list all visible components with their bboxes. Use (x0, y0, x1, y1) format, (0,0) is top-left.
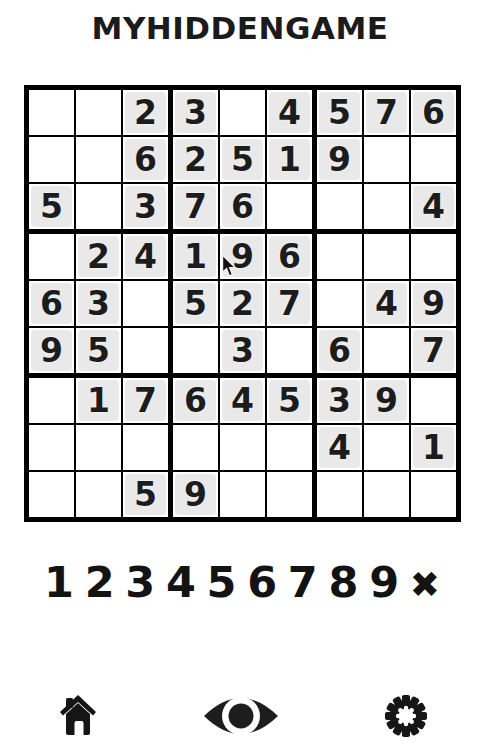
cell-r1c7[interactable]: 5 (317, 90, 364, 135)
num-button-8[interactable]: 8 (328, 561, 358, 604)
cell-r9c7[interactable] (317, 472, 364, 517)
given-digit: 6 (269, 236, 310, 277)
given-digit: 1 (413, 427, 454, 468)
given-digit: 9 (175, 474, 216, 515)
given-digit: 3 (175, 92, 216, 133)
cell-r3c7[interactable] (317, 184, 364, 229)
given-digit: 6 (31, 283, 72, 324)
cell-r3c8[interactable] (364, 184, 411, 229)
cell-r3c1[interactable]: 5 (29, 184, 76, 229)
cell-r6c8[interactable] (364, 328, 411, 373)
cell-r3c6[interactable] (267, 184, 317, 229)
given-digit: 7 (125, 380, 166, 421)
cell-r1c1[interactable] (29, 90, 76, 135)
given-digit: 5 (175, 283, 216, 324)
cell-r9c3[interactable]: 5 (123, 472, 173, 517)
cell-r6c6[interactable] (267, 328, 317, 373)
given-digit: 4 (269, 92, 310, 133)
given-digit: 6 (175, 380, 216, 421)
given-digit: 7 (413, 330, 454, 371)
cell-r1c6[interactable]: 4 (267, 90, 317, 135)
num-button-1[interactable]: 1 (44, 561, 74, 604)
given-digit: 9 (31, 330, 72, 371)
given-digit: 6 (319, 330, 360, 371)
board-row-2: 62519 (29, 137, 456, 184)
cell-r2c8[interactable] (364, 137, 411, 182)
cell-r6c7[interactable]: 6 (317, 328, 364, 373)
given-digit: 4 (366, 283, 407, 324)
num-button-6[interactable]: 6 (247, 561, 277, 604)
cell-r7c6[interactable]: 5 (267, 378, 317, 423)
cell-r5c7[interactable] (317, 281, 364, 326)
cell-r2c2[interactable] (76, 137, 123, 182)
cell-r9c8[interactable] (364, 472, 411, 517)
given-digit: 4 (125, 236, 166, 277)
cell-r8c2[interactable] (76, 425, 123, 470)
board-row-1: 234576 (29, 90, 456, 137)
cell-r9c5[interactable] (220, 472, 267, 517)
cell-r6c1[interactable]: 9 (29, 328, 76, 373)
given-digit: 5 (319, 92, 360, 133)
cell-r8c3[interactable] (123, 425, 173, 470)
board-row-9: 59 (29, 472, 456, 517)
given-digit: 9 (222, 236, 263, 277)
cell-r9c9[interactable] (411, 472, 456, 517)
board-row-5: 6352749 (29, 281, 456, 328)
page-title: MYHIDDENGAME (0, 0, 480, 46)
cell-r1c5[interactable] (220, 90, 267, 135)
given-digit: 1 (78, 380, 119, 421)
given-digit: 4 (319, 427, 360, 468)
num-button-3[interactable]: 3 (125, 561, 155, 604)
cell-r4c3[interactable]: 4 (123, 234, 173, 279)
cell-r5c9[interactable]: 9 (411, 281, 456, 326)
cell-r4c8[interactable] (364, 234, 411, 279)
given-digit: 5 (222, 139, 263, 180)
cell-r7c5[interactable]: 4 (220, 378, 267, 423)
cell-r5c2[interactable]: 3 (76, 281, 123, 326)
cell-r2c7[interactable]: 9 (317, 137, 364, 182)
given-digit: 9 (413, 283, 454, 324)
given-digit: 5 (269, 380, 310, 421)
cell-r5c1[interactable]: 6 (29, 281, 76, 326)
given-digit: 6 (125, 139, 166, 180)
cell-r8c1[interactable] (29, 425, 76, 470)
eye-icon (202, 692, 280, 740)
cell-r7c9[interactable] (411, 378, 456, 423)
home-button[interactable] (58, 693, 98, 739)
cell-r2c3[interactable]: 6 (123, 137, 173, 182)
cell-r1c3[interactable]: 2 (123, 90, 173, 135)
cell-r6c4[interactable] (173, 328, 220, 373)
cell-r8c7[interactable]: 4 (317, 425, 364, 470)
given-digit: 7 (269, 283, 310, 324)
cell-r5c5[interactable]: 2 (220, 281, 267, 326)
cell-r7c4[interactable]: 6 (173, 378, 220, 423)
num-button-2[interactable]: 2 (85, 561, 115, 604)
cell-r7c1[interactable] (29, 378, 76, 423)
cell-r8c9[interactable]: 1 (411, 425, 456, 470)
footer-toolbar (0, 689, 480, 743)
given-digit: 6 (413, 92, 454, 133)
given-digit: 7 (366, 92, 407, 133)
cell-r5c4[interactable]: 5 (173, 281, 220, 326)
given-digit: 6 (222, 186, 263, 227)
given-digit: 2 (175, 139, 216, 180)
cell-r2c9[interactable] (411, 137, 456, 182)
cell-r7c2[interactable]: 1 (76, 378, 123, 423)
given-digit: 3 (125, 186, 166, 227)
cell-r8c6[interactable] (267, 425, 317, 470)
cell-r4c5[interactable]: 9 (220, 234, 267, 279)
cell-r2c4[interactable]: 2 (173, 137, 220, 182)
cell-r3c4[interactable]: 7 (173, 184, 220, 229)
given-digit: 3 (319, 380, 360, 421)
cell-r4c4[interactable]: 1 (173, 234, 220, 279)
cell-r8c4[interactable] (173, 425, 220, 470)
gear-icon (384, 694, 428, 738)
cell-r6c2[interactable]: 5 (76, 328, 123, 373)
cell-r8c5[interactable] (220, 425, 267, 470)
given-digit: 2 (125, 92, 166, 133)
x-icon: ✖ (410, 564, 440, 605)
cell-r4c9[interactable] (411, 234, 456, 279)
cell-r7c3[interactable]: 7 (123, 378, 173, 423)
given-digit: 5 (31, 186, 72, 227)
board-row-3: 53764 (29, 184, 456, 234)
cell-r5c6[interactable]: 7 (267, 281, 317, 326)
cell-r1c8[interactable]: 7 (364, 90, 411, 135)
cell-r1c2[interactable] (76, 90, 123, 135)
home-icon (58, 693, 98, 739)
cell-r9c2[interactable] (76, 472, 123, 517)
cell-r3c5[interactable]: 6 (220, 184, 267, 229)
board-row-8: 41 (29, 425, 456, 472)
reveal-button[interactable] (202, 692, 280, 740)
given-digit: 7 (175, 186, 216, 227)
given-digit: 5 (125, 474, 166, 515)
number-picker: 123456789✖ (0, 556, 480, 608)
cell-r9c6[interactable] (267, 472, 317, 517)
cell-r6c5[interactable]: 3 (220, 328, 267, 373)
board-row-6: 95367 (29, 328, 456, 378)
cell-r7c8[interactable]: 9 (364, 378, 411, 423)
cell-r9c4[interactable]: 9 (173, 472, 220, 517)
cell-r7c7[interactable]: 3 (317, 378, 364, 423)
given-digit: 1 (175, 236, 216, 277)
cell-r5c8[interactable]: 4 (364, 281, 411, 326)
num-button-9[interactable]: 9 (369, 561, 399, 604)
num-button-4[interactable]: 4 (166, 561, 196, 604)
given-digit: 4 (222, 380, 263, 421)
given-digit: 5 (78, 330, 119, 371)
cell-r1c9[interactable]: 6 (411, 90, 456, 135)
cell-r9c1[interactable] (29, 472, 76, 517)
given-digit: 2 (78, 236, 119, 277)
board-row-7: 1764539 (29, 378, 456, 425)
num-button-5[interactable]: 5 (207, 561, 237, 604)
sudoku-board: 2345766251953764241966352749953671764539… (24, 85, 461, 522)
given-digit: 1 (269, 139, 310, 180)
cell-r3c2[interactable] (76, 184, 123, 229)
given-digit: 4 (413, 186, 454, 227)
cell-r2c1[interactable] (29, 137, 76, 182)
given-digit: 3 (222, 330, 263, 371)
cell-r4c6[interactable]: 6 (267, 234, 317, 279)
board-row-4: 24196 (29, 234, 456, 281)
given-digit: 3 (78, 283, 119, 324)
given-digit: 2 (222, 283, 263, 324)
cell-r8c8[interactable] (364, 425, 411, 470)
num-button-7[interactable]: 7 (288, 561, 318, 604)
cell-r5c3[interactable] (123, 281, 173, 326)
cell-r3c9[interactable]: 4 (411, 184, 456, 229)
cell-r6c9[interactable]: 7 (411, 328, 456, 373)
cell-r2c5[interactable]: 5 (220, 137, 267, 182)
settings-button[interactable] (384, 694, 428, 738)
cell-r6c3[interactable] (123, 328, 173, 373)
clear-button[interactable]: ✖ (410, 561, 440, 604)
cell-r4c2[interactable]: 2 (76, 234, 123, 279)
given-digit: 9 (319, 139, 360, 180)
cell-r3c3[interactable]: 3 (123, 184, 173, 229)
given-digit: 9 (366, 380, 407, 421)
cell-r1c4[interactable]: 3 (173, 90, 220, 135)
cell-r4c1[interactable] (29, 234, 76, 279)
cell-r4c7[interactable] (317, 234, 364, 279)
cell-r2c6[interactable]: 1 (267, 137, 317, 182)
